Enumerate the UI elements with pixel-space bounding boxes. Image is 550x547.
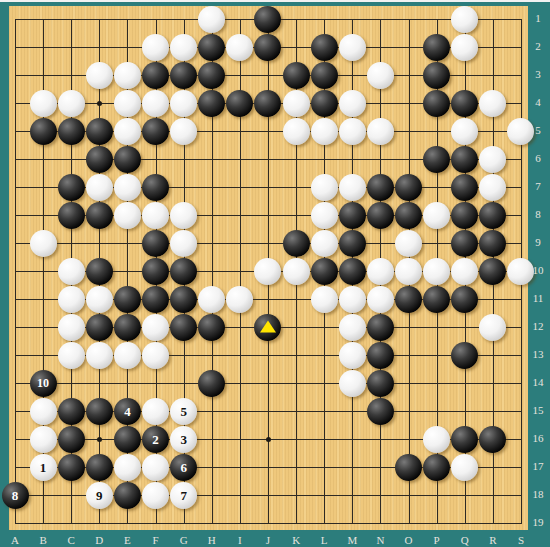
row-label-6: 6 xyxy=(528,152,548,164)
stone-F10 xyxy=(142,258,169,285)
stone-I2 xyxy=(226,34,253,61)
stone-O17 xyxy=(395,454,422,481)
stone-R8 xyxy=(479,202,506,229)
row-label-18: 18 xyxy=(528,488,548,500)
stone-G4 xyxy=(170,90,197,117)
stone-L2 xyxy=(311,34,338,61)
stone-O11 xyxy=(395,286,422,313)
stone-B4 xyxy=(30,90,57,117)
stone-R9 xyxy=(479,230,506,257)
stone-P6 xyxy=(423,146,450,173)
stone-C12 xyxy=(58,314,85,341)
row-label-7: 7 xyxy=(528,180,548,192)
move-number-label: 2 xyxy=(152,433,159,446)
goban-frame: 10452316897ABCDEFGHIJKLMNOPQRS1234567891… xyxy=(0,0,550,547)
stone-Q6 xyxy=(451,146,478,173)
stone-C8 xyxy=(58,202,85,229)
column-label-E: E xyxy=(119,534,135,546)
grid-horizontal-line xyxy=(15,383,522,384)
row-label-12: 12 xyxy=(528,320,548,332)
stone-J12 xyxy=(254,314,281,341)
stone-M13 xyxy=(339,342,366,369)
column-label-J: J xyxy=(260,534,276,546)
stone-P11 xyxy=(423,286,450,313)
stone-K10 xyxy=(283,258,310,285)
stone-C13 xyxy=(58,342,85,369)
stone-F7 xyxy=(142,174,169,201)
stone-L11 xyxy=(311,286,338,313)
stone-O7 xyxy=(395,174,422,201)
stone-J4 xyxy=(254,90,281,117)
stone-Q9 xyxy=(451,230,478,257)
stone-D8 xyxy=(86,202,113,229)
stone-H12 xyxy=(198,314,225,341)
stone-F9 xyxy=(142,230,169,257)
stone-D6 xyxy=(86,146,113,173)
stone-E7 xyxy=(114,174,141,201)
stone-P10 xyxy=(423,258,450,285)
move-number-label: 6 xyxy=(180,461,187,474)
stone-A18: 8 xyxy=(2,482,29,509)
stone-Q17 xyxy=(451,454,478,481)
stone-J2 xyxy=(254,34,281,61)
stone-E6 xyxy=(114,146,141,173)
stone-E17 xyxy=(114,454,141,481)
star-point xyxy=(97,101,102,106)
column-label-L: L xyxy=(316,534,332,546)
stone-G17: 6 xyxy=(170,454,197,481)
row-label-3: 3 xyxy=(528,68,548,80)
row-label-19: 19 xyxy=(528,516,548,528)
stone-G15: 5 xyxy=(170,398,197,425)
stone-L5 xyxy=(311,118,338,145)
stone-P8 xyxy=(423,202,450,229)
stone-F2 xyxy=(142,34,169,61)
row-label-13: 13 xyxy=(528,348,548,360)
grid-horizontal-line xyxy=(15,523,522,524)
stone-H2 xyxy=(198,34,225,61)
stone-G8 xyxy=(170,202,197,229)
stone-N14 xyxy=(367,370,394,397)
stone-D5 xyxy=(86,118,113,145)
column-label-D: D xyxy=(91,534,107,546)
stone-M5 xyxy=(339,118,366,145)
grid-horizontal-line xyxy=(15,243,522,244)
stone-B17: 1 xyxy=(30,454,57,481)
stone-P16 xyxy=(423,426,450,453)
row-label-17: 17 xyxy=(528,460,548,472)
stone-K3 xyxy=(283,62,310,89)
stone-H1 xyxy=(198,6,225,33)
stone-E11 xyxy=(114,286,141,313)
stone-Q5 xyxy=(451,118,478,145)
stone-H14 xyxy=(198,370,225,397)
stone-N13 xyxy=(367,342,394,369)
stone-G10 xyxy=(170,258,197,285)
stone-R16 xyxy=(479,426,506,453)
stone-D15 xyxy=(86,398,113,425)
stone-D13 xyxy=(86,342,113,369)
stone-F17 xyxy=(142,454,169,481)
stone-Q4 xyxy=(451,90,478,117)
row-label-15: 15 xyxy=(528,404,548,416)
row-label-11: 11 xyxy=(528,292,548,304)
stone-M14 xyxy=(339,370,366,397)
stone-E3 xyxy=(114,62,141,89)
stone-K9 xyxy=(283,230,310,257)
stone-R7 xyxy=(479,174,506,201)
column-label-S: S xyxy=(513,534,529,546)
row-label-10: 10 xyxy=(528,264,548,276)
stone-G18: 7 xyxy=(170,482,197,509)
stone-L8 xyxy=(311,202,338,229)
stone-L3 xyxy=(311,62,338,89)
stone-M8 xyxy=(339,202,366,229)
stone-M4 xyxy=(339,90,366,117)
column-label-H: H xyxy=(204,534,220,546)
star-point xyxy=(97,437,102,442)
row-label-4: 4 xyxy=(528,96,548,108)
column-label-R: R xyxy=(485,534,501,546)
stone-F11 xyxy=(142,286,169,313)
stone-G12 xyxy=(170,314,197,341)
board-layer: 10452316897ABCDEFGHIJKLMNOPQRS1234567891… xyxy=(0,2,550,547)
stone-H4 xyxy=(198,90,225,117)
stone-N8 xyxy=(367,202,394,229)
stone-M12 xyxy=(339,314,366,341)
stone-G5 xyxy=(170,118,197,145)
stone-P4 xyxy=(423,90,450,117)
stone-C7 xyxy=(58,174,85,201)
stone-F15 xyxy=(142,398,169,425)
column-label-I: I xyxy=(232,534,248,546)
row-label-8: 8 xyxy=(528,208,548,220)
stone-F3 xyxy=(142,62,169,89)
column-label-Q: Q xyxy=(457,534,473,546)
stone-C15 xyxy=(58,398,85,425)
move-number-label: 9 xyxy=(96,489,103,502)
stone-M9 xyxy=(339,230,366,257)
stone-G3 xyxy=(170,62,197,89)
stone-D17 xyxy=(86,454,113,481)
stone-F5 xyxy=(142,118,169,145)
column-label-M: M xyxy=(344,534,360,546)
stone-F4 xyxy=(142,90,169,117)
stone-D11 xyxy=(86,286,113,313)
stone-Q11 xyxy=(451,286,478,313)
column-label-A: A xyxy=(7,534,23,546)
stone-Q2 xyxy=(451,34,478,61)
stone-Q1 xyxy=(451,6,478,33)
stone-R10 xyxy=(479,258,506,285)
stone-M2 xyxy=(339,34,366,61)
stone-I4 xyxy=(226,90,253,117)
stone-B14: 10 xyxy=(30,370,57,397)
stone-C4 xyxy=(58,90,85,117)
stone-L4 xyxy=(311,90,338,117)
star-point xyxy=(266,437,271,442)
stone-E12 xyxy=(114,314,141,341)
stone-C17 xyxy=(58,454,85,481)
stone-P2 xyxy=(423,34,450,61)
row-label-2: 2 xyxy=(528,40,548,52)
stone-G11 xyxy=(170,286,197,313)
move-number-label: 4 xyxy=(124,405,131,418)
row-label-14: 14 xyxy=(528,376,548,388)
stone-F12 xyxy=(142,314,169,341)
stone-O10 xyxy=(395,258,422,285)
stone-N7 xyxy=(367,174,394,201)
stone-K5 xyxy=(283,118,310,145)
stone-B15 xyxy=(30,398,57,425)
stone-E15: 4 xyxy=(114,398,141,425)
stone-L7 xyxy=(311,174,338,201)
move-number-label: 3 xyxy=(180,433,187,446)
stone-R12 xyxy=(479,314,506,341)
row-label-16: 16 xyxy=(528,432,548,444)
stone-E18 xyxy=(114,482,141,509)
stone-I11 xyxy=(226,286,253,313)
stone-G9 xyxy=(170,230,197,257)
stone-M11 xyxy=(339,286,366,313)
stone-Q10 xyxy=(451,258,478,285)
stone-O8 xyxy=(395,202,422,229)
column-label-K: K xyxy=(288,534,304,546)
stone-C10 xyxy=(58,258,85,285)
stone-F8 xyxy=(142,202,169,229)
stone-F16: 2 xyxy=(142,426,169,453)
stone-M7 xyxy=(339,174,366,201)
triangle-marker-icon xyxy=(260,321,276,333)
stone-D18: 9 xyxy=(86,482,113,509)
stone-C16 xyxy=(58,426,85,453)
column-label-B: B xyxy=(35,534,51,546)
move-number-label: 10 xyxy=(37,377,49,389)
row-label-9: 9 xyxy=(528,236,548,248)
stone-Q13 xyxy=(451,342,478,369)
stone-D12 xyxy=(86,314,113,341)
column-label-G: G xyxy=(176,534,192,546)
stone-E8 xyxy=(114,202,141,229)
stone-G16: 3 xyxy=(170,426,197,453)
stone-N10 xyxy=(367,258,394,285)
stone-Q8 xyxy=(451,202,478,229)
stone-C11 xyxy=(58,286,85,313)
row-label-5: 5 xyxy=(528,124,548,136)
stone-F13 xyxy=(142,342,169,369)
row-label-1: 1 xyxy=(528,12,548,24)
stone-D7 xyxy=(86,174,113,201)
stone-E16 xyxy=(114,426,141,453)
stone-P3 xyxy=(423,62,450,89)
stone-H3 xyxy=(198,62,225,89)
stone-J10 xyxy=(254,258,281,285)
column-label-C: C xyxy=(63,534,79,546)
stone-D3 xyxy=(86,62,113,89)
stone-H11 xyxy=(198,286,225,313)
stone-P17 xyxy=(423,454,450,481)
stone-N5 xyxy=(367,118,394,145)
stone-M10 xyxy=(339,258,366,285)
stone-Q7 xyxy=(451,174,478,201)
stone-N12 xyxy=(367,314,394,341)
stone-N15 xyxy=(367,398,394,425)
stone-E13 xyxy=(114,342,141,369)
move-number-label: 8 xyxy=(12,489,19,502)
stone-Q16 xyxy=(451,426,478,453)
stone-C5 xyxy=(58,118,85,145)
column-label-F: F xyxy=(148,534,164,546)
stone-K4 xyxy=(283,90,310,117)
stone-B9 xyxy=(30,230,57,257)
stone-B16 xyxy=(30,426,57,453)
column-label-N: N xyxy=(372,534,388,546)
stone-F18 xyxy=(142,482,169,509)
stone-J1 xyxy=(254,6,281,33)
stone-R4 xyxy=(479,90,506,117)
stone-B5 xyxy=(30,118,57,145)
move-number-label: 7 xyxy=(180,489,187,502)
column-label-O: O xyxy=(401,534,417,546)
stone-D10 xyxy=(86,258,113,285)
stone-G2 xyxy=(170,34,197,61)
stone-E5 xyxy=(114,118,141,145)
move-number-label: 5 xyxy=(180,405,187,418)
stone-N3 xyxy=(367,62,394,89)
stone-E4 xyxy=(114,90,141,117)
stone-L9 xyxy=(311,230,338,257)
move-number-label: 1 xyxy=(40,461,47,474)
stone-L10 xyxy=(311,258,338,285)
stone-R6 xyxy=(479,146,506,173)
stone-N11 xyxy=(367,286,394,313)
column-label-P: P xyxy=(429,534,445,546)
stone-O9 xyxy=(395,230,422,257)
